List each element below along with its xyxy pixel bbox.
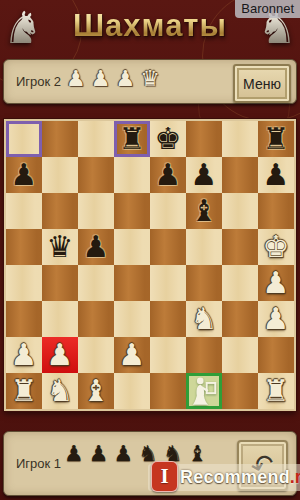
square-a1[interactable]: ♜	[6, 373, 42, 409]
captured-white-pawn: ♟	[66, 67, 86, 91]
captured-black-pawn: ♟	[89, 442, 109, 466]
square-h8[interactable]: ♜	[258, 121, 294, 157]
square-d8[interactable]: ♜	[114, 121, 150, 157]
square-e1[interactable]	[150, 373, 186, 409]
player2-bar: Игрок 2 ♟♟♟♛ Меню	[3, 59, 297, 104]
piece-black-pawn: ♟	[191, 157, 218, 193]
captured-white-pawn: ♟	[115, 67, 135, 91]
square-c3[interactable]	[78, 301, 114, 337]
square-g3[interactable]	[222, 301, 258, 337]
piece-white-rook: ♜	[11, 373, 38, 409]
irecommend-badge-icon: I	[151, 461, 178, 492]
square-h7[interactable]: ♟	[258, 157, 294, 193]
square-h3[interactable]: ♟	[258, 301, 294, 337]
piece-black-pawn: ♟	[263, 157, 290, 193]
square-g4[interactable]	[222, 265, 258, 301]
piece-white-pawn: ♟	[119, 337, 146, 373]
piece-white-pawn: ♟	[47, 337, 74, 373]
chess-board[interactable]: ♜♚♜♟♟♟♟♝♛♟♚♟♞♟♟♟♟♜♞♝♜	[4, 119, 296, 411]
piece-white-bishop: ♝	[83, 373, 110, 409]
square-b5[interactable]: ♛	[42, 229, 78, 265]
square-c8[interactable]	[78, 121, 114, 157]
square-g2[interactable]	[222, 337, 258, 373]
square-f3[interactable]: ♞	[186, 301, 222, 337]
square-a5[interactable]	[6, 229, 42, 265]
square-d1[interactable]	[114, 373, 150, 409]
square-b6[interactable]	[42, 193, 78, 229]
piece-white-pawn: ♟	[263, 301, 290, 337]
square-b7[interactable]	[42, 157, 78, 193]
square-e4[interactable]	[150, 265, 186, 301]
captured-black-pawn: ♟	[113, 442, 133, 466]
piece-black-king: ♚	[155, 121, 182, 157]
square-b2[interactable]: ♟	[42, 337, 78, 373]
square-g8[interactable]	[222, 121, 258, 157]
square-h6[interactable]	[258, 193, 294, 229]
square-e3[interactable]	[150, 301, 186, 337]
square-f4[interactable]	[186, 265, 222, 301]
square-e2[interactable]	[150, 337, 186, 373]
square-d7[interactable]	[114, 157, 150, 193]
piece-white-knight: ♞	[47, 373, 74, 409]
square-g5[interactable]	[222, 229, 258, 265]
captured-white-pawn: ♟	[91, 67, 111, 91]
square-d6[interactable]	[114, 193, 150, 229]
piece-black-rook: ♜	[119, 121, 146, 157]
piece-black-rook: ♜	[263, 121, 290, 157]
baronnet-watermark: Baronnet	[235, 0, 300, 18]
square-b3[interactable]	[42, 301, 78, 337]
square-c6[interactable]	[78, 193, 114, 229]
square-b1[interactable]: ♞	[42, 373, 78, 409]
square-f7[interactable]: ♟	[186, 157, 222, 193]
piece-black-pawn: ♟	[83, 229, 110, 265]
square-e8[interactable]: ♚	[150, 121, 186, 157]
square-a4[interactable]	[6, 265, 42, 301]
square-g6[interactable]	[222, 193, 258, 229]
player1-captured-tray: ♟♟♟♞♞♝	[64, 442, 207, 466]
square-c5[interactable]: ♟	[78, 229, 114, 265]
square-h2[interactable]	[258, 337, 294, 373]
square-f8[interactable]	[186, 121, 222, 157]
piece-white-pawn: ♟	[263, 265, 290, 301]
square-f1[interactable]	[186, 373, 222, 409]
irecommend-text: Recommend	[180, 467, 290, 488]
square-a2[interactable]: ♟	[6, 337, 42, 373]
square-b4[interactable]	[42, 265, 78, 301]
square-e5[interactable]	[150, 229, 186, 265]
square-h4[interactable]: ♟	[258, 265, 294, 301]
square-f6[interactable]: ♝	[186, 193, 222, 229]
square-d4[interactable]	[114, 265, 150, 301]
square-a6[interactable]	[6, 193, 42, 229]
piece-white-pawn: ♟	[11, 337, 38, 373]
square-a7[interactable]: ♟	[6, 157, 42, 193]
app-header: ♞ Шахматы ♞ Baronnet	[0, 0, 300, 58]
irecommend-suffix: .ru	[290, 467, 300, 488]
piece-black-bishop: ♝	[191, 193, 218, 229]
square-a3[interactable]	[6, 301, 42, 337]
captured-white-queen: ♛	[140, 67, 160, 91]
square-c1[interactable]: ♝	[78, 373, 114, 409]
square-c2[interactable]	[78, 337, 114, 373]
square-e6[interactable]	[150, 193, 186, 229]
captured-black-pawn: ♟	[64, 442, 84, 466]
menu-button[interactable]: Меню	[233, 64, 291, 103]
square-e7[interactable]: ♟	[150, 157, 186, 193]
piece-white-knight: ♞	[191, 301, 218, 337]
player2-captured-tray: ♟♟♟♛	[66, 67, 160, 91]
piece-white-king: ♚	[263, 229, 290, 265]
square-b8[interactable]	[42, 121, 78, 157]
square-f5[interactable]	[186, 229, 222, 265]
piece-black-pawn: ♟	[155, 157, 182, 193]
player1-label: Игрок 1	[16, 456, 61, 471]
square-f2[interactable]	[186, 337, 222, 373]
square-h5[interactable]: ♚	[258, 229, 294, 265]
irecommend-watermark: I Recommend .ru	[148, 464, 300, 491]
square-d2[interactable]: ♟	[114, 337, 150, 373]
square-d5[interactable]	[114, 229, 150, 265]
piece-black-pawn: ♟	[11, 157, 38, 193]
square-g7[interactable]	[222, 157, 258, 193]
square-d3[interactable]	[114, 301, 150, 337]
captured-black-bishop: ♝	[188, 442, 208, 466]
square-c4[interactable]	[78, 265, 114, 301]
player2-label: Игрок 2	[16, 74, 61, 89]
piece-black-queen: ♛	[47, 229, 74, 265]
square-g1[interactable]	[222, 373, 258, 409]
chess-app-screen: ♞ Шахматы ♞ Baronnet Игрок 2 ♟♟♟♛ Меню ♜…	[0, 0, 300, 500]
square-h1[interactable]: ♜	[258, 373, 294, 409]
square-c7[interactable]	[78, 157, 114, 193]
irecommend-watermark-figure	[191, 376, 217, 406]
square-a8[interactable]	[6, 121, 42, 157]
piece-white-rook: ♜	[263, 373, 290, 409]
